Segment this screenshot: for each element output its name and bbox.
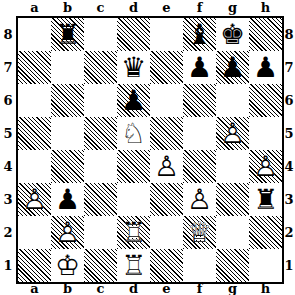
piece-black-pawn[interactable]: ♟ (249, 51, 282, 84)
piece-black-pawn[interactable]: ♟ (117, 84, 150, 117)
square-g7[interactable]: ♟ (216, 51, 249, 84)
square-f3[interactable]: ♟♙ (183, 183, 216, 216)
square-f5[interactable] (183, 117, 216, 150)
square-h1[interactable] (249, 249, 282, 282)
piece-black-queen[interactable]: ♛ (117, 51, 150, 84)
square-f6[interactable] (183, 84, 216, 117)
rank-label-left-2: 2 (1, 216, 15, 249)
rank-label-left-6: 6 (1, 84, 15, 117)
rank-label-left-4: 4 (1, 150, 15, 183)
file-label-bottom-f: f (183, 281, 216, 295)
square-c2[interactable] (84, 216, 117, 249)
square-a7[interactable] (18, 51, 51, 84)
square-f1[interactable] (183, 249, 216, 282)
file-label-bottom-d: d (117, 281, 150, 295)
rank-label-left-7: 7 (1, 51, 15, 84)
file-label-top-d: d (117, 0, 150, 15)
piece-black-pawn[interactable]: ♟ (216, 51, 249, 84)
square-d1[interactable]: ♜♖ (117, 249, 150, 282)
square-e6[interactable] (150, 84, 183, 117)
piece-black-rook[interactable]: ♜ (51, 18, 84, 51)
square-h7[interactable]: ♟ (249, 51, 282, 84)
square-e7[interactable] (150, 51, 183, 84)
square-h2[interactable] (249, 216, 282, 249)
rank-label-left-3: 3 (1, 183, 15, 216)
square-c5[interactable] (84, 117, 117, 150)
square-b7[interactable] (51, 51, 84, 84)
square-b1[interactable]: ♚♔ (51, 249, 84, 282)
piece-black-king[interactable]: ♚ (216, 18, 249, 51)
rank-label-right-1: 1 (282, 249, 295, 282)
chess-diagram: ♜♝♚♛♟♟♟♟♞♘♟♙♟♙♟♙♟♙♟♟♙♜♟♙♜♖♛♕♚♔♜♖ aabbccd… (0, 0, 295, 295)
square-a2[interactable] (18, 216, 51, 249)
piece-black-rook[interactable]: ♜ (249, 183, 282, 216)
square-g3[interactable] (216, 183, 249, 216)
piece-white-rook[interactable]: ♜♖ (117, 249, 150, 282)
piece-white-pawn[interactable]: ♟♙ (51, 216, 84, 249)
square-d4[interactable] (117, 150, 150, 183)
file-label-top-e: e (150, 0, 183, 15)
file-label-top-c: c (84, 0, 117, 15)
rank-label-right-2: 2 (282, 216, 295, 249)
file-label-bottom-a: a (18, 281, 51, 295)
square-g5[interactable]: ♟♙ (216, 117, 249, 150)
rank-label-left-5: 5 (1, 117, 15, 150)
square-g2[interactable] (216, 216, 249, 249)
square-e2[interactable] (150, 216, 183, 249)
square-e8[interactable] (150, 18, 183, 51)
square-h8[interactable] (249, 18, 282, 51)
square-a4[interactable] (18, 150, 51, 183)
file-label-top-b: b (51, 0, 84, 15)
file-label-bottom-g: g (216, 281, 249, 295)
square-b5[interactable] (51, 117, 84, 150)
piece-white-queen[interactable]: ♛♕ (183, 216, 216, 249)
piece-white-pawn[interactable]: ♟♙ (216, 117, 249, 150)
rank-label-right-4: 4 (282, 150, 295, 183)
rank-label-left-8: 8 (1, 18, 15, 51)
file-label-bottom-c: c (84, 281, 117, 295)
square-e5[interactable] (150, 117, 183, 150)
square-e1[interactable] (150, 249, 183, 282)
square-c3[interactable] (84, 183, 117, 216)
piece-white-king[interactable]: ♚♔ (51, 249, 84, 282)
piece-white-pawn[interactable]: ♟♙ (183, 183, 216, 216)
square-h6[interactable] (249, 84, 282, 117)
file-label-bottom-e: e (150, 281, 183, 295)
square-a8[interactable] (18, 18, 51, 51)
square-g1[interactable] (216, 249, 249, 282)
square-h3[interactable]: ♜ (249, 183, 282, 216)
square-a5[interactable] (18, 117, 51, 150)
square-f4[interactable] (183, 150, 216, 183)
piece-black-pawn[interactable]: ♟ (183, 51, 216, 84)
file-label-top-a: a (18, 0, 51, 15)
piece-black-bishop[interactable]: ♝ (183, 18, 216, 51)
square-c6[interactable] (84, 84, 117, 117)
file-label-top-h: h (249, 0, 282, 15)
square-c4[interactable] (84, 150, 117, 183)
piece-white-pawn[interactable]: ♟♙ (150, 150, 183, 183)
square-f8[interactable]: ♝ (183, 18, 216, 51)
piece-white-pawn[interactable]: ♟♙ (18, 183, 51, 216)
square-b6[interactable] (51, 84, 84, 117)
square-c1[interactable] (84, 249, 117, 282)
square-a3[interactable]: ♟♙ (18, 183, 51, 216)
square-d2[interactable]: ♜♖ (117, 216, 150, 249)
file-label-bottom-h: h (249, 281, 282, 295)
square-f2[interactable]: ♛♕ (183, 216, 216, 249)
file-label-bottom-b: b (51, 281, 84, 295)
rank-label-right-3: 3 (282, 183, 295, 216)
piece-black-pawn[interactable]: ♟ (51, 183, 84, 216)
chess-board: ♜♝♚♛♟♟♟♟♞♘♟♙♟♙♟♙♟♙♟♟♙♜♟♙♜♖♛♕♚♔♜♖ (16, 16, 284, 284)
square-f7[interactable]: ♟ (183, 51, 216, 84)
piece-white-pawn[interactable]: ♟♙ (249, 150, 282, 183)
square-a6[interactable] (18, 84, 51, 117)
rank-label-left-1: 1 (1, 249, 15, 282)
square-d8[interactable] (117, 18, 150, 51)
rank-label-right-6: 6 (282, 84, 295, 117)
square-a1[interactable] (18, 249, 51, 282)
square-b3[interactable]: ♟ (51, 183, 84, 216)
rank-label-right-8: 8 (282, 18, 295, 51)
square-d3[interactable] (117, 183, 150, 216)
square-b8[interactable]: ♜ (51, 18, 84, 51)
square-g6[interactable] (216, 84, 249, 117)
square-c7[interactable] (84, 51, 117, 84)
square-d5[interactable]: ♞♘ (117, 117, 150, 150)
square-e4[interactable]: ♟♙ (150, 150, 183, 183)
square-g4[interactable] (216, 150, 249, 183)
square-d7[interactable]: ♛ (117, 51, 150, 84)
square-b4[interactable] (51, 150, 84, 183)
rank-label-right-7: 7 (282, 51, 295, 84)
square-g8[interactable]: ♚ (216, 18, 249, 51)
square-h4[interactable]: ♟♙ (249, 150, 282, 183)
square-d6[interactable]: ♟ (117, 84, 150, 117)
square-c8[interactable] (84, 18, 117, 51)
file-label-top-f: f (183, 0, 216, 15)
square-h5[interactable] (249, 117, 282, 150)
file-label-top-g: g (216, 0, 249, 15)
square-e3[interactable] (150, 183, 183, 216)
piece-white-knight[interactable]: ♞♘ (117, 117, 150, 150)
piece-white-rook[interactable]: ♜♖ (117, 216, 150, 249)
rank-label-right-5: 5 (282, 117, 295, 150)
square-b2[interactable]: ♟♙ (51, 216, 84, 249)
